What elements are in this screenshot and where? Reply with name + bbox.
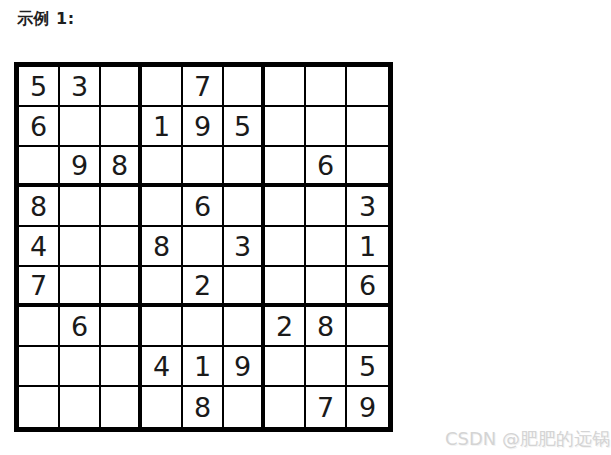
cell-r8c8 (306, 347, 347, 387)
cell-r6c9: 6 (347, 267, 388, 307)
cell-r1c4 (142, 67, 183, 107)
cell-r2c4: 1 (142, 107, 183, 147)
cell-r3c1 (19, 147, 60, 187)
cell-r2c8 (306, 107, 347, 147)
cell-r4c4 (142, 187, 183, 227)
cell-r7c3 (101, 307, 142, 347)
cell-r1c5: 7 (183, 67, 224, 107)
cell-r6c8 (306, 267, 347, 307)
cell-r9c8: 7 (306, 387, 347, 427)
cell-r5c2 (60, 227, 101, 267)
cell-r3c7 (265, 147, 306, 187)
cell-r1c8 (306, 67, 347, 107)
cell-r5c9: 1 (347, 227, 388, 267)
cell-r7c5 (183, 307, 224, 347)
cell-r3c8: 6 (306, 147, 347, 187)
page: 示例 1: 537619598686348317266284195879 CSD… (0, 0, 611, 455)
cell-r8c4: 4 (142, 347, 183, 387)
cell-r1c2: 3 (60, 67, 101, 107)
cell-r2c3 (101, 107, 142, 147)
cell-r3c4 (142, 147, 183, 187)
cell-r4c3 (101, 187, 142, 227)
cell-r2c7 (265, 107, 306, 147)
cell-r7c8: 8 (306, 307, 347, 347)
cell-r1c6 (224, 67, 265, 107)
cell-r8c2 (60, 347, 101, 387)
cell-r6c3 (101, 267, 142, 307)
cell-r3c2: 9 (60, 147, 101, 187)
cell-r4c1: 8 (19, 187, 60, 227)
cell-r5c3 (101, 227, 142, 267)
cell-r9c1 (19, 387, 60, 427)
cell-r4c2 (60, 187, 101, 227)
cell-r5c7 (265, 227, 306, 267)
cell-r3c6 (224, 147, 265, 187)
cell-r1c7 (265, 67, 306, 107)
cell-r5c8 (306, 227, 347, 267)
cell-r6c5: 2 (183, 267, 224, 307)
cell-r4c8 (306, 187, 347, 227)
cell-r6c2 (60, 267, 101, 307)
cell-r8c7 (265, 347, 306, 387)
cell-r9c7 (265, 387, 306, 427)
cell-r7c4 (142, 307, 183, 347)
cell-r9c4 (142, 387, 183, 427)
cell-r9c6 (224, 387, 265, 427)
cell-r5c4: 8 (142, 227, 183, 267)
cell-r6c4 (142, 267, 183, 307)
cell-r2c5: 9 (183, 107, 224, 147)
cell-r3c9 (347, 147, 388, 187)
cell-r2c2 (60, 107, 101, 147)
cell-r5c1: 4 (19, 227, 60, 267)
cell-r8c1 (19, 347, 60, 387)
cell-r2c6: 5 (224, 107, 265, 147)
cell-r1c9 (347, 67, 388, 107)
cell-r4c7 (265, 187, 306, 227)
cell-r7c6 (224, 307, 265, 347)
cell-r9c9: 9 (347, 387, 388, 427)
cell-r8c5: 1 (183, 347, 224, 387)
cell-r6c7 (265, 267, 306, 307)
cell-r7c7: 2 (265, 307, 306, 347)
cell-r4c5: 6 (183, 187, 224, 227)
watermark: CSDN @肥肥的远锅 (445, 427, 610, 451)
cell-r9c2 (60, 387, 101, 427)
cell-r8c9: 5 (347, 347, 388, 387)
cell-r6c1: 7 (19, 267, 60, 307)
cell-r8c3 (101, 347, 142, 387)
cell-r2c9 (347, 107, 388, 147)
sudoku-board: 537619598686348317266284195879 (14, 62, 393, 432)
cell-r5c5 (183, 227, 224, 267)
page-title: 示例 1: (17, 9, 75, 30)
cell-r9c3 (101, 387, 142, 427)
cell-r1c1: 5 (19, 67, 60, 107)
cell-r4c6 (224, 187, 265, 227)
cell-r9c5: 8 (183, 387, 224, 427)
cell-r7c1 (19, 307, 60, 347)
cell-r6c6 (224, 267, 265, 307)
cell-r3c5 (183, 147, 224, 187)
cell-r5c6: 3 (224, 227, 265, 267)
cell-r8c6: 9 (224, 347, 265, 387)
cell-r4c9: 3 (347, 187, 388, 227)
cell-r3c3: 8 (101, 147, 142, 187)
cell-r2c1: 6 (19, 107, 60, 147)
cell-r7c9 (347, 307, 388, 347)
cell-r1c3 (101, 67, 142, 107)
cell-r7c2: 6 (60, 307, 101, 347)
